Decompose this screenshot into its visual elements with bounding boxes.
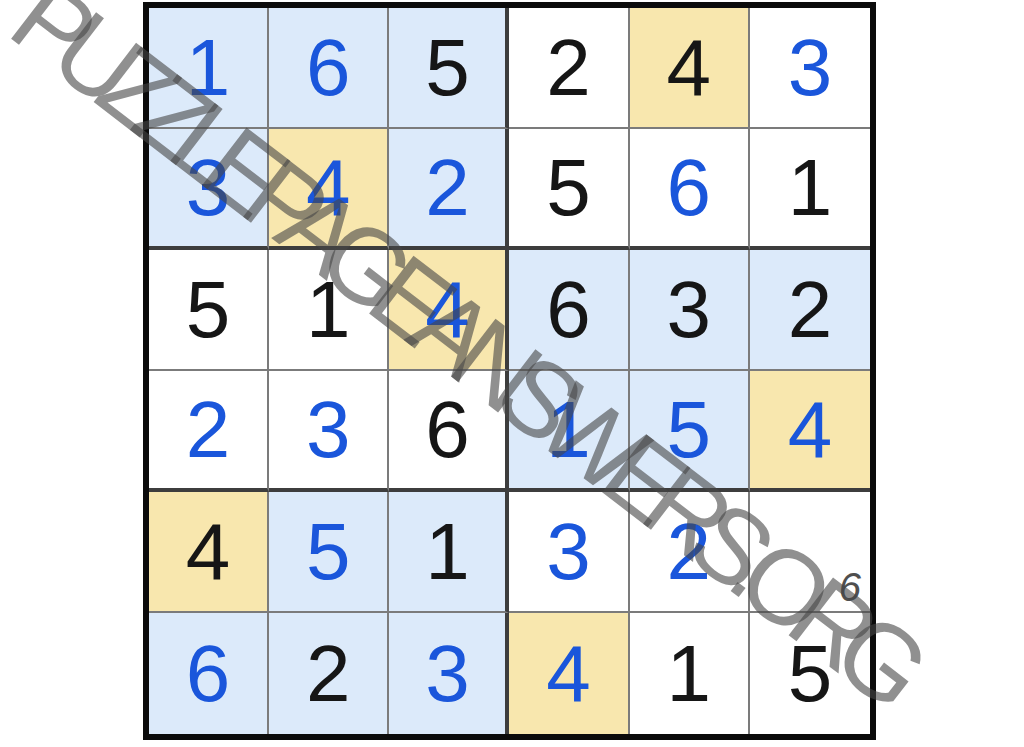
cell-digit: 2	[306, 634, 351, 714]
cell-r2c4[interactable]: 5	[509, 129, 629, 250]
cell-r5c1[interactable]: 4	[149, 492, 269, 613]
cell-digit: 2	[186, 390, 231, 470]
cell-digit: 6	[425, 390, 470, 470]
cell-digit: 3	[666, 270, 711, 350]
cell-digit: 1	[788, 148, 833, 228]
cell-r6c5[interactable]: 1	[630, 613, 750, 734]
cell-r6c3[interactable]: 3	[389, 613, 509, 734]
cell-digit: 3	[546, 512, 591, 592]
cell-r1c6[interactable]: 3	[750, 8, 870, 129]
cell-r2c1[interactable]: 3	[149, 129, 269, 250]
cell-digit: 6	[666, 148, 711, 228]
cell-digit: 2	[425, 148, 470, 228]
cell-digit: 1	[546, 390, 591, 470]
cell-digit: 1	[186, 28, 231, 108]
cell-digit: 6	[546, 270, 591, 350]
cell-digit: 6	[306, 28, 351, 108]
cell-digit: 4	[186, 512, 231, 592]
cell-digit: 5	[306, 512, 351, 592]
cell-r3c5[interactable]: 3	[630, 250, 750, 371]
cell-digit: 5	[666, 390, 711, 470]
cell-digit: 5	[546, 148, 591, 228]
cell-r4c2[interactable]: 3	[269, 371, 389, 492]
cell-r1c4[interactable]: 2	[509, 8, 629, 129]
cell-digit: 1	[425, 512, 470, 592]
cell-r5c6[interactable]: 6	[750, 492, 870, 613]
cell-r5c3[interactable]: 1	[389, 492, 509, 613]
cell-digit: 5	[425, 28, 470, 108]
cell-digit: 4	[788, 390, 833, 470]
cell-digit: 3	[425, 634, 470, 714]
cell-r3c6[interactable]: 2	[750, 250, 870, 371]
cell-r5c4[interactable]: 3	[509, 492, 629, 613]
cell-digit: 5	[788, 634, 833, 714]
cell-digit: 6	[186, 634, 231, 714]
cell-r1c3[interactable]: 5	[389, 8, 509, 129]
cell-r6c2[interactable]: 2	[269, 613, 389, 734]
cell-digit: 4	[306, 148, 351, 228]
cell-r5c5[interactable]: 2	[630, 492, 750, 613]
cell-digit: 1	[666, 634, 711, 714]
cell-r6c1[interactable]: 6	[149, 613, 269, 734]
cell-r2c2[interactable]: 4	[269, 129, 389, 250]
cell-r4c5[interactable]: 5	[630, 371, 750, 492]
cell-digit: 3	[788, 28, 833, 108]
cell-r2c3[interactable]: 2	[389, 129, 509, 250]
cell-digit: 4	[666, 28, 711, 108]
cell-r1c5[interactable]: 4	[630, 8, 750, 129]
cell-digit: 4	[546, 634, 591, 714]
cell-digit: 3	[306, 390, 351, 470]
cell-digit: 2	[666, 512, 711, 592]
cell-digit: 2	[788, 270, 833, 350]
sudoku-board: 165243342561514632236154451326623415	[143, 2, 876, 740]
cell-r4c1[interactable]: 2	[149, 371, 269, 492]
cell-digit: 1	[306, 270, 351, 350]
cell-r4c3[interactable]: 6	[389, 371, 509, 492]
pencil-mark: 6	[839, 567, 861, 607]
cell-r4c6[interactable]: 4	[750, 371, 870, 492]
cell-digit: 2	[546, 28, 591, 108]
cell-digit: 4	[425, 270, 470, 350]
cell-r3c3[interactable]: 4	[389, 250, 509, 371]
cell-r3c1[interactable]: 5	[149, 250, 269, 371]
cell-r1c2[interactable]: 6	[269, 8, 389, 129]
cell-r3c2[interactable]: 1	[269, 250, 389, 371]
cell-r4c4[interactable]: 1	[509, 371, 629, 492]
cell-r2c5[interactable]: 6	[630, 129, 750, 250]
cell-digit: 3	[186, 148, 231, 228]
cell-r5c2[interactable]: 5	[269, 492, 389, 613]
cell-r1c1[interactable]: 1	[149, 8, 269, 129]
cell-r6c6[interactable]: 5	[750, 613, 870, 734]
cell-digit: 5	[186, 270, 231, 350]
cell-r3c4[interactable]: 6	[509, 250, 629, 371]
cell-r6c4[interactable]: 4	[509, 613, 629, 734]
cell-r2c6[interactable]: 1	[750, 129, 870, 250]
